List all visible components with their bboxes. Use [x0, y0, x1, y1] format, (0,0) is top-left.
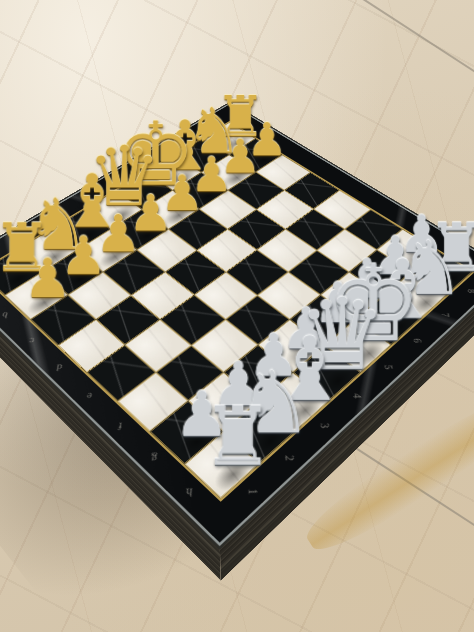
scene: ♜♞♝♛♚♝♞♜♟♟♟♟♟♟♟♟♟♟♟♟♟♟♟♟♜♞♝♛♚♝♞♜ h1g2f3e… — [0, 0, 474, 632]
piece-white-rook-a1: ♜ — [201, 397, 274, 478]
chess-board-grid: ♜♞♝♛♚♝♞♜♟♟♟♟♟♟♟♟♟♟♟♟♟♟♟♟♜♞♝♛♚♝♞♜ — [0, 122, 472, 498]
photo-stage: ♜♞♝♛♚♝♞♜♟♟♟♟♟♟♟♟♟♟♟♟♟♟♟♟♜♞♝♛♚♝♞♜ h1g2f3e… — [0, 0, 474, 632]
piece-black-pawn-a7: ♟ — [23, 251, 71, 305]
board-surface: ♜♞♝♛♚♝♞♜♟♟♟♟♟♟♟♟♟♟♟♟♟♟♟♟♜♞♝♛♚♝♞♜ h1g2f3e… — [0, 104, 474, 542]
chess-box: ♜♞♝♛♚♝♞♜♟♟♟♟♟♟♟♟♟♟♟♟♟♟♟♟♜♞♝♛♚♝♞♜ h1g2f3e… — [0, 104, 474, 542]
